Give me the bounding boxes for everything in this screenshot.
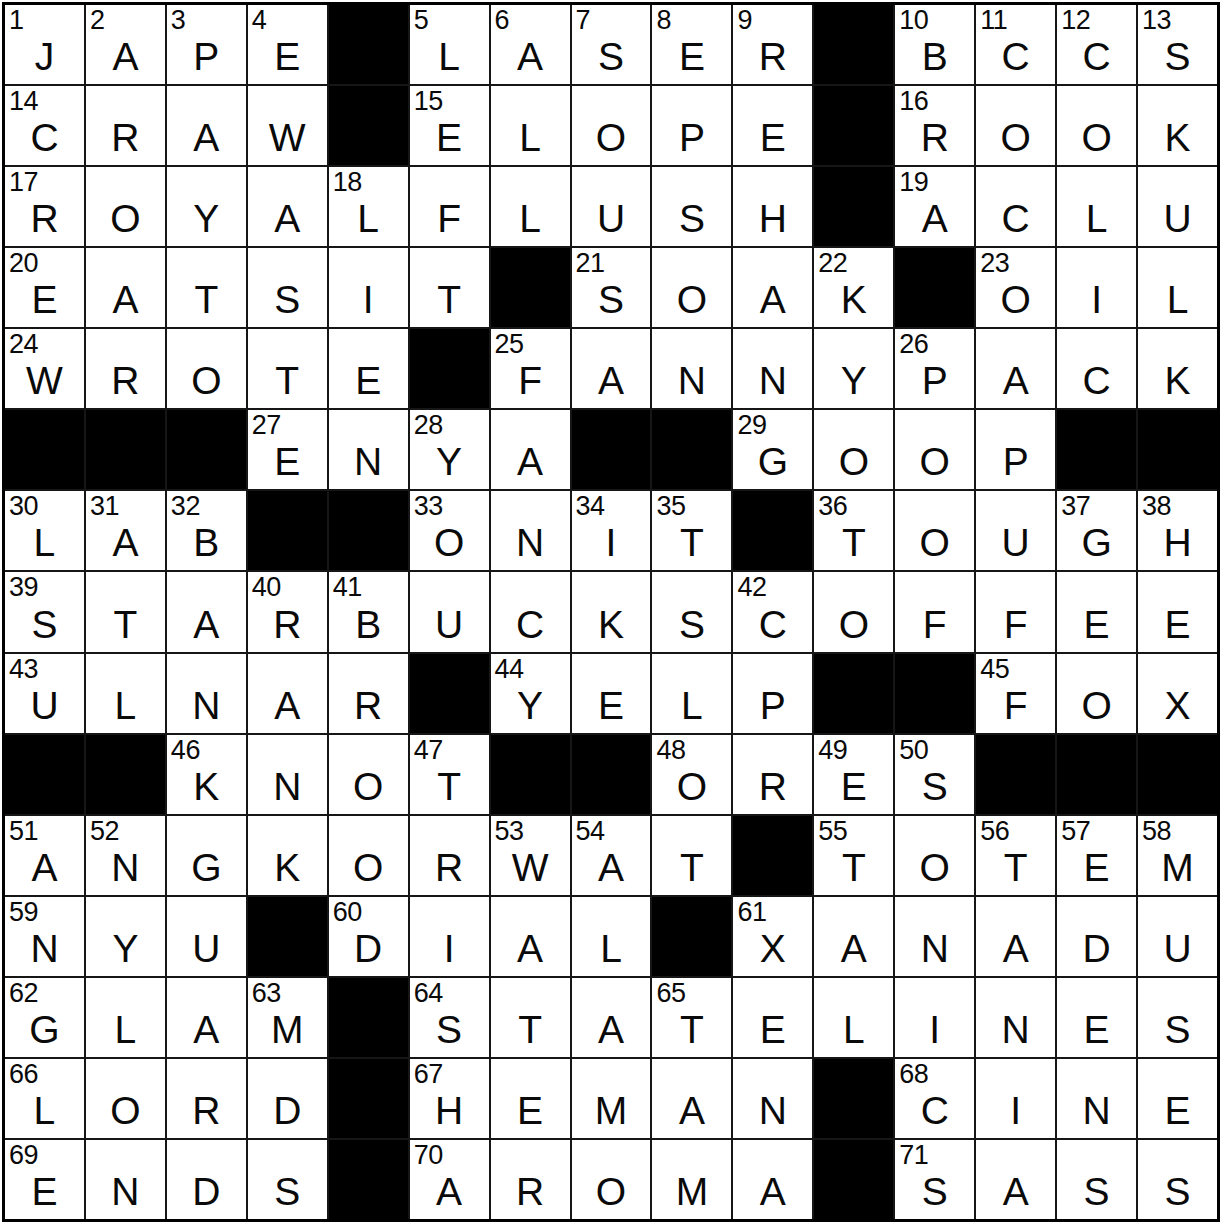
cell-letter: L xyxy=(572,929,651,968)
cell-r6c13[interactable]: P xyxy=(976,410,1055,489)
cell-letter: O xyxy=(895,442,974,481)
cell-r13c10[interactable]: E xyxy=(733,978,812,1057)
cell-r10c11[interactable]: 49E xyxy=(814,735,893,814)
cell-r15c14[interactable]: S xyxy=(1057,1140,1136,1219)
cell-letter: I xyxy=(976,1091,1055,1130)
cell-r14c12[interactable]: 68C xyxy=(895,1059,974,1138)
clue-number: 37 xyxy=(1061,492,1090,520)
cell-r3c9[interactable]: S xyxy=(652,167,731,246)
cell-r13c8[interactable]: A xyxy=(572,978,651,1057)
cell-r6c12[interactable]: O xyxy=(895,410,974,489)
cell-letter: S xyxy=(1138,1010,1217,1049)
block-cell-r10c7 xyxy=(491,735,570,814)
cell-r15c15[interactable]: S xyxy=(1138,1140,1217,1219)
cell-r5c12[interactable]: 26P xyxy=(895,329,974,408)
cell-r4c9[interactable]: O xyxy=(652,248,731,327)
cell-letter: L xyxy=(491,118,570,157)
cell-r14c2[interactable]: O xyxy=(86,1059,165,1138)
cell-r2c3[interactable]: A xyxy=(167,86,246,165)
cell-r4c14[interactable]: I xyxy=(1057,248,1136,327)
cell-r13c9[interactable]: 65T xyxy=(652,978,731,1057)
cell-r11c8[interactable]: 54A xyxy=(572,816,651,895)
cell-letter: C xyxy=(895,1091,974,1130)
cell-r6c4[interactable]: 27E xyxy=(248,410,327,489)
cell-r1c2[interactable]: 2A xyxy=(86,5,165,84)
cell-r1c1[interactable]: 1J xyxy=(5,5,84,84)
clue-number: 55 xyxy=(818,817,847,845)
cell-letter: A xyxy=(572,361,651,400)
cell-letter: A xyxy=(976,1172,1055,1211)
cell-r1c12[interactable]: 10B xyxy=(895,5,974,84)
clue-number: 19 xyxy=(899,168,928,196)
cell-letter: O xyxy=(652,767,731,806)
clue-number: 50 xyxy=(899,736,928,764)
cell-letter: D xyxy=(248,1091,327,1130)
cell-r10c3[interactable]: 46K xyxy=(167,735,246,814)
clue-number: 40 xyxy=(252,573,281,601)
cell-r12c5[interactable]: 60D xyxy=(329,897,408,976)
cell-letter: A xyxy=(167,605,246,644)
cell-letter: I xyxy=(572,523,651,562)
cell-r4c15[interactable]: L xyxy=(1138,248,1217,327)
cell-r9c14[interactable]: O xyxy=(1057,654,1136,733)
cell-letter: S xyxy=(248,280,327,319)
clue-number: 21 xyxy=(576,249,605,277)
cell-r13c14[interactable]: E xyxy=(1057,978,1136,1057)
cell-letter: K xyxy=(572,605,651,644)
cell-r7c11[interactable]: 36T xyxy=(814,491,893,570)
cell-r7c8[interactable]: 34I xyxy=(572,491,651,570)
cell-r6c6[interactable]: 28Y xyxy=(410,410,489,489)
cell-r13c7[interactable]: T xyxy=(491,978,570,1057)
cell-letter: K xyxy=(1138,361,1217,400)
cell-r14c13[interactable]: I xyxy=(976,1059,1055,1138)
cell-r4c10[interactable]: A xyxy=(733,248,812,327)
clue-number: 63 xyxy=(252,979,281,1007)
clue-number: 18 xyxy=(333,168,362,196)
cell-r10c9[interactable]: 48O xyxy=(652,735,731,814)
cell-r14c10[interactable]: N xyxy=(733,1059,812,1138)
cell-r8c11[interactable]: O xyxy=(814,572,893,651)
cell-r14c8[interactable]: M xyxy=(572,1059,651,1138)
cell-r3c8[interactable]: U xyxy=(572,167,651,246)
cell-r8c3[interactable]: A xyxy=(167,572,246,651)
cell-r8c2[interactable]: T xyxy=(86,572,165,651)
cell-letter: E xyxy=(329,361,408,400)
cell-letter: N xyxy=(976,1010,1055,1049)
cell-r15c13[interactable]: A xyxy=(976,1140,1055,1219)
cell-r5c4[interactable]: T xyxy=(248,329,327,408)
cell-r7c3[interactable]: 32B xyxy=(167,491,246,570)
cell-r2c13[interactable]: O xyxy=(976,86,1055,165)
cell-r7c2[interactable]: 31A xyxy=(86,491,165,570)
cell-r11c15[interactable]: 58M xyxy=(1138,816,1217,895)
cell-r7c13[interactable]: U xyxy=(976,491,1055,570)
cell-r15c6[interactable]: 70A xyxy=(410,1140,489,1219)
cell-r8c8[interactable]: K xyxy=(572,572,651,651)
cell-letter: I xyxy=(1057,280,1136,319)
cell-letter: O xyxy=(1057,686,1136,725)
cell-letter: O xyxy=(329,848,408,887)
cell-r12c2[interactable]: Y xyxy=(86,897,165,976)
cell-r7c9[interactable]: 35T xyxy=(652,491,731,570)
cell-r9c3[interactable]: N xyxy=(167,654,246,733)
cell-r15c1[interactable]: 69E xyxy=(5,1140,84,1219)
cell-r7c15[interactable]: 38H xyxy=(1138,491,1217,570)
clue-number: 30 xyxy=(9,492,38,520)
cell-r3c6[interactable]: F xyxy=(410,167,489,246)
cell-letter: R xyxy=(86,118,165,157)
cell-r6c5[interactable]: N xyxy=(329,410,408,489)
block-cell-r10c13 xyxy=(976,735,1055,814)
cell-r13c1[interactable]: 62G xyxy=(5,978,84,1057)
cell-r11c11[interactable]: 55T xyxy=(814,816,893,895)
cell-r6c7[interactable]: A xyxy=(491,410,570,489)
cell-r1c14[interactable]: 12C xyxy=(1057,5,1136,84)
cell-r2c1[interactable]: 14C xyxy=(5,86,84,165)
cell-r4c8[interactable]: 21S xyxy=(572,248,651,327)
cell-r1c3[interactable]: 3P xyxy=(167,5,246,84)
cell-r12c15[interactable]: U xyxy=(1138,897,1217,976)
clue-number: 38 xyxy=(1142,492,1171,520)
cell-r15c7[interactable]: R xyxy=(491,1140,570,1219)
cell-r4c11[interactable]: 22K xyxy=(814,248,893,327)
cell-r12c11[interactable]: A xyxy=(814,897,893,976)
cell-letter: A xyxy=(652,1091,731,1130)
cell-r13c11[interactable]: L xyxy=(814,978,893,1057)
cell-r4c4[interactable]: S xyxy=(248,248,327,327)
cell-r11c2[interactable]: 52N xyxy=(86,816,165,895)
clue-number: 17 xyxy=(9,168,38,196)
cell-r1c9[interactable]: 8E xyxy=(652,5,731,84)
cell-letter: R xyxy=(167,1091,246,1130)
cell-letter: E xyxy=(1138,605,1217,644)
cell-letter: U xyxy=(1138,929,1217,968)
block-cell-r1c5 xyxy=(329,5,408,84)
cell-r15c2[interactable]: N xyxy=(86,1140,165,1219)
cell-r3c5[interactable]: 18L xyxy=(329,167,408,246)
cell-r9c5[interactable]: R xyxy=(329,654,408,733)
cell-r9c15[interactable]: X xyxy=(1138,654,1217,733)
cell-letter: A xyxy=(572,848,651,887)
cell-r15c3[interactable]: D xyxy=(167,1140,246,1219)
cell-letter: T xyxy=(86,605,165,644)
block-cell-r4c12 xyxy=(895,248,974,327)
cell-letter: A xyxy=(814,929,893,968)
cell-r3c1[interactable]: 17R xyxy=(5,167,84,246)
cell-r3c12[interactable]: 19A xyxy=(895,167,974,246)
cell-r14c7[interactable]: E xyxy=(491,1059,570,1138)
cell-r8c9[interactable]: S xyxy=(652,572,731,651)
clue-number: 11 xyxy=(980,6,1007,34)
cell-r12c7[interactable]: A xyxy=(491,897,570,976)
cell-r5c11[interactable]: Y xyxy=(814,329,893,408)
cell-r1c15[interactable]: 13S xyxy=(1138,5,1217,84)
cell-r13c12[interactable]: I xyxy=(895,978,974,1057)
cell-r11c3[interactable]: G xyxy=(167,816,246,895)
cell-letter: S xyxy=(895,1172,974,1211)
cell-r6c11[interactable]: O xyxy=(814,410,893,489)
cell-letter: T xyxy=(491,1010,570,1049)
cell-r12c13[interactable]: A xyxy=(976,897,1055,976)
cell-r11c9[interactable]: T xyxy=(652,816,731,895)
cell-r11c6[interactable]: R xyxy=(410,816,489,895)
cell-r14c4[interactable]: D xyxy=(248,1059,327,1138)
cell-letter: H xyxy=(410,1091,489,1130)
cell-r1c7[interactable]: 6A xyxy=(491,5,570,84)
cell-r13c13[interactable]: N xyxy=(976,978,1055,1057)
cell-letter: Y xyxy=(814,361,893,400)
cell-r1c10[interactable]: 9R xyxy=(733,5,812,84)
cell-r10c4[interactable]: N xyxy=(248,735,327,814)
cell-letter: C xyxy=(1057,361,1136,400)
cell-r5c10[interactable]: N xyxy=(733,329,812,408)
cell-letter: H xyxy=(733,199,812,238)
clue-number: 3 xyxy=(171,6,186,34)
cell-letter: L xyxy=(410,37,489,76)
cell-r10c12[interactable]: 50S xyxy=(895,735,974,814)
cell-r11c13[interactable]: 56T xyxy=(976,816,1055,895)
cell-r2c6[interactable]: 15E xyxy=(410,86,489,165)
cell-letter: E xyxy=(5,1172,84,1211)
cell-letter: L xyxy=(86,1010,165,1049)
cell-r3c10[interactable]: H xyxy=(733,167,812,246)
cell-letter: A xyxy=(976,929,1055,968)
cell-letter: N xyxy=(895,929,974,968)
cell-letter: A xyxy=(572,1010,651,1049)
cell-r15c10[interactable]: A xyxy=(733,1140,812,1219)
cell-r2c7[interactable]: L xyxy=(491,86,570,165)
cell-r15c12[interactable]: 71S xyxy=(895,1140,974,1219)
cell-r14c6[interactable]: 67H xyxy=(410,1059,489,1138)
cell-r13c6[interactable]: 64S xyxy=(410,978,489,1057)
cell-letter: A xyxy=(976,361,1055,400)
cell-letter: F xyxy=(895,605,974,644)
cell-r1c6[interactable]: 5L xyxy=(410,5,489,84)
cell-letter: A xyxy=(167,118,246,157)
cell-r5c3[interactable]: O xyxy=(167,329,246,408)
cell-r4c3[interactable]: T xyxy=(167,248,246,327)
cell-r10c5[interactable]: O xyxy=(329,735,408,814)
cell-r8c10[interactable]: 42C xyxy=(733,572,812,651)
cell-r8c7[interactable]: C xyxy=(491,572,570,651)
cell-r3c15[interactable]: U xyxy=(1138,167,1217,246)
clue-number: 66 xyxy=(9,1060,38,1088)
cell-r3c14[interactable]: L xyxy=(1057,167,1136,246)
clue-number: 54 xyxy=(576,817,605,845)
cell-r8c13[interactable]: F xyxy=(976,572,1055,651)
cell-r1c8[interactable]: 7S xyxy=(572,5,651,84)
block-cell-r7c4 xyxy=(248,491,327,570)
cell-r13c15[interactable]: S xyxy=(1138,978,1217,1057)
cell-r4c6[interactable]: T xyxy=(410,248,489,327)
cell-letter: P xyxy=(167,37,246,76)
cell-r9c8[interactable]: E xyxy=(572,654,651,733)
cell-r7c1[interactable]: 30L xyxy=(5,491,84,570)
cell-r2c14[interactable]: O xyxy=(1057,86,1136,165)
cell-r12c8[interactable]: L xyxy=(572,897,651,976)
clue-number: 52 xyxy=(90,817,119,845)
cell-r5c9[interactable]: N xyxy=(652,329,731,408)
cell-letter: C xyxy=(733,605,812,644)
cell-r3c3[interactable]: Y xyxy=(167,167,246,246)
cell-r4c13[interactable]: 23O xyxy=(976,248,1055,327)
cell-r14c9[interactable]: A xyxy=(652,1059,731,1138)
cell-letter: K xyxy=(167,767,246,806)
cell-r9c2[interactable]: L xyxy=(86,654,165,733)
block-cell-r6c2 xyxy=(86,410,165,489)
clue-number: 46 xyxy=(171,736,200,764)
cell-r10c10[interactable]: R xyxy=(733,735,812,814)
cell-r5c15[interactable]: K xyxy=(1138,329,1217,408)
block-cell-r6c15 xyxy=(1138,410,1217,489)
cell-r12c6[interactable]: I xyxy=(410,897,489,976)
cell-letter: S xyxy=(895,767,974,806)
cell-r12c12[interactable]: N xyxy=(895,897,974,976)
cell-letter: O xyxy=(86,1091,165,1130)
cell-r8c6[interactable]: U xyxy=(410,572,489,651)
block-cell-r14c11 xyxy=(814,1059,893,1138)
cell-letter: M xyxy=(1138,848,1217,887)
cell-r12c10[interactable]: 61X xyxy=(733,897,812,976)
cell-r3c7[interactable]: L xyxy=(491,167,570,246)
cell-r5c8[interactable]: A xyxy=(572,329,651,408)
cell-r9c7[interactable]: 44Y xyxy=(491,654,570,733)
cell-r11c1[interactable]: 51A xyxy=(5,816,84,895)
cell-r5c2[interactable]: R xyxy=(86,329,165,408)
cell-r2c10[interactable]: E xyxy=(733,86,812,165)
block-cell-r13c5 xyxy=(329,978,408,1057)
block-cell-r5c6 xyxy=(410,329,489,408)
cell-letter: T xyxy=(248,361,327,400)
cell-letter: S xyxy=(5,605,84,644)
clue-number: 61 xyxy=(737,898,766,926)
cell-letter: J xyxy=(5,37,84,76)
cell-r2c4[interactable]: W xyxy=(248,86,327,165)
cell-r14c14[interactable]: N xyxy=(1057,1059,1136,1138)
clue-number: 65 xyxy=(656,979,685,1007)
cell-r13c4[interactable]: 63M xyxy=(248,978,327,1057)
cell-letter: Y xyxy=(491,686,570,725)
cell-letter: T xyxy=(814,848,893,887)
cell-letter: X xyxy=(733,929,812,968)
cell-r8c5[interactable]: 41B xyxy=(329,572,408,651)
cell-letter: G xyxy=(5,1010,84,1049)
cell-r10c6[interactable]: 47T xyxy=(410,735,489,814)
cell-r11c5[interactable]: O xyxy=(329,816,408,895)
cell-letter: E xyxy=(5,280,84,319)
cell-r14c1[interactable]: 66L xyxy=(5,1059,84,1138)
cell-r9c9[interactable]: L xyxy=(652,654,731,733)
cell-r8c4[interactable]: 40R xyxy=(248,572,327,651)
cell-r14c15[interactable]: E xyxy=(1138,1059,1217,1138)
cell-letter: G xyxy=(733,442,812,481)
cell-letter: R xyxy=(410,848,489,887)
cell-r6c10[interactable]: 29G xyxy=(733,410,812,489)
cell-r5c14[interactable]: C xyxy=(1057,329,1136,408)
cell-r3c2[interactable]: O xyxy=(86,167,165,246)
cell-r4c2[interactable]: A xyxy=(86,248,165,327)
cell-letter: N xyxy=(1057,1091,1136,1130)
cell-letter: A xyxy=(733,280,812,319)
cell-r8c14[interactable]: E xyxy=(1057,572,1136,651)
cell-r11c14[interactable]: 57E xyxy=(1057,816,1136,895)
clue-number: 53 xyxy=(495,817,524,845)
cell-r15c4[interactable]: S xyxy=(248,1140,327,1219)
cell-r2c8[interactable]: O xyxy=(572,86,651,165)
block-cell-r6c1 xyxy=(5,410,84,489)
cell-r7c14[interactable]: 37G xyxy=(1057,491,1136,570)
cell-letter: C xyxy=(5,118,84,157)
cell-r15c9[interactable]: M xyxy=(652,1140,731,1219)
cell-letter: U xyxy=(167,929,246,968)
cell-r15c8[interactable]: O xyxy=(572,1140,651,1219)
cell-letter: P xyxy=(733,686,812,725)
cell-r2c12[interactable]: 16R xyxy=(895,86,974,165)
cell-r12c14[interactable]: D xyxy=(1057,897,1136,976)
clue-number: 48 xyxy=(656,736,685,764)
clue-number: 51 xyxy=(9,817,38,845)
cell-r14c3[interactable]: R xyxy=(167,1059,246,1138)
cell-r8c12[interactable]: F xyxy=(895,572,974,651)
cell-r4c1[interactable]: 20E xyxy=(5,248,84,327)
cell-r2c2[interactable]: R xyxy=(86,86,165,165)
cell-r2c15[interactable]: K xyxy=(1138,86,1217,165)
cell-r12c1[interactable]: 59N xyxy=(5,897,84,976)
cell-r1c4[interactable]: 4E xyxy=(248,5,327,84)
cell-letter: A xyxy=(491,442,570,481)
cell-r7c6[interactable]: 33O xyxy=(410,491,489,570)
cell-r5c7[interactable]: 25F xyxy=(491,329,570,408)
cell-r7c12[interactable]: O xyxy=(895,491,974,570)
cell-r11c12[interactable]: O xyxy=(895,816,974,895)
block-cell-r12c9 xyxy=(652,897,731,976)
cell-r8c1[interactable]: 39S xyxy=(5,572,84,651)
block-cell-r6c3 xyxy=(167,410,246,489)
cell-letter: A xyxy=(248,686,327,725)
cell-r9c13[interactable]: 45F xyxy=(976,654,1055,733)
cell-r4c5[interactable]: I xyxy=(329,248,408,327)
cell-letter: O xyxy=(167,361,246,400)
cell-r2c9[interactable]: P xyxy=(652,86,731,165)
cell-r1c13[interactable]: 11C xyxy=(976,5,1055,84)
cell-letter: R xyxy=(248,605,327,644)
cell-r7c7[interactable]: N xyxy=(491,491,570,570)
cell-r5c1[interactable]: 24W xyxy=(5,329,84,408)
cell-r5c5[interactable]: E xyxy=(329,329,408,408)
cell-r3c4[interactable]: A xyxy=(248,167,327,246)
cell-r8c15[interactable]: E xyxy=(1138,572,1217,651)
cell-r3c13[interactable]: C xyxy=(976,167,1055,246)
cell-r11c7[interactable]: 53W xyxy=(491,816,570,895)
cell-r5c13[interactable]: A xyxy=(976,329,1055,408)
cell-r9c4[interactable]: A xyxy=(248,654,327,733)
cell-letter: A xyxy=(5,848,84,887)
cell-r9c1[interactable]: 43U xyxy=(5,654,84,733)
cell-letter: L xyxy=(86,686,165,725)
cell-letter: E xyxy=(733,118,812,157)
clue-number: 62 xyxy=(9,979,38,1007)
cell-r13c2[interactable]: L xyxy=(86,978,165,1057)
cell-r12c3[interactable]: U xyxy=(167,897,246,976)
cell-r13c3[interactable]: A xyxy=(167,978,246,1057)
cell-letter: M xyxy=(248,1010,327,1049)
cell-r11c4[interactable]: K xyxy=(248,816,327,895)
cell-r9c10[interactable]: P xyxy=(733,654,812,733)
cell-letter: L xyxy=(329,199,408,238)
clue-number: 49 xyxy=(818,736,847,764)
clue-number: 64 xyxy=(414,979,443,1007)
